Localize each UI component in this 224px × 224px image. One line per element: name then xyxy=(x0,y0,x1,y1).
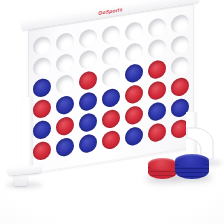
red-disc xyxy=(102,129,120,150)
empty-hole xyxy=(102,24,120,45)
left-foot-bar xyxy=(8,165,42,176)
left-foot-pad xyxy=(14,173,27,186)
red-disc xyxy=(125,83,143,104)
cell-r6c3 xyxy=(77,131,100,156)
red-disc xyxy=(148,122,166,143)
empty-hole xyxy=(148,38,166,59)
cell-r6c5 xyxy=(122,123,145,148)
blue-disc xyxy=(125,62,143,83)
red-disc xyxy=(148,80,166,101)
cell-r6c4 xyxy=(100,127,123,152)
empty-hole xyxy=(33,56,51,77)
empty-hole xyxy=(125,20,143,41)
empty-hole xyxy=(56,52,74,73)
blue-disc xyxy=(56,94,74,115)
blue-disc xyxy=(33,77,51,98)
board-grid xyxy=(31,11,191,162)
red-disc xyxy=(102,108,120,129)
left-leg-post xyxy=(22,97,33,169)
cell-r6c6 xyxy=(145,120,168,145)
blue-disc xyxy=(79,133,97,154)
empty-hole xyxy=(171,13,189,34)
red-stack-top xyxy=(148,158,177,170)
empty-hole xyxy=(102,45,120,66)
blue-stack-top xyxy=(175,154,209,167)
blue-disc xyxy=(102,87,120,108)
blue-disc xyxy=(79,112,97,133)
empty-hole xyxy=(79,28,97,49)
blue-disc xyxy=(79,91,97,112)
red-disc xyxy=(56,115,74,136)
empty-hole xyxy=(56,31,74,52)
blue-disc-stack xyxy=(175,154,209,181)
red-disc-stack xyxy=(148,158,177,181)
connect-four-board: GoSports xyxy=(22,0,200,176)
empty-hole xyxy=(171,34,189,55)
red-disc xyxy=(33,140,51,161)
empty-hole xyxy=(102,66,120,87)
blue-disc xyxy=(33,119,51,140)
red-disc xyxy=(79,70,97,91)
blue-disc xyxy=(125,125,143,146)
empty-hole xyxy=(56,73,74,94)
cell-r6c2 xyxy=(54,134,77,159)
empty-hole xyxy=(79,49,97,70)
empty-hole xyxy=(148,17,166,38)
product-photo: GoSports xyxy=(0,0,224,224)
red-disc xyxy=(125,104,143,125)
empty-hole xyxy=(33,35,51,56)
red-disc xyxy=(148,59,166,80)
blue-disc xyxy=(56,136,74,157)
board-face xyxy=(28,4,194,174)
empty-hole xyxy=(125,41,143,62)
cell-r6c1 xyxy=(31,138,54,163)
brand-logo: GoSports xyxy=(98,6,122,16)
red-disc xyxy=(33,98,51,119)
red-disc xyxy=(171,76,189,97)
blue-disc xyxy=(148,101,166,122)
empty-hole xyxy=(171,55,189,76)
